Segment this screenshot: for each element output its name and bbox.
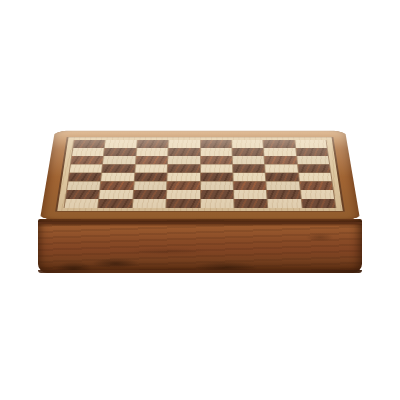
board-square	[268, 199, 302, 208]
board-square	[137, 140, 168, 148]
board-square	[263, 140, 294, 148]
board-square	[266, 173, 299, 181]
product-photo	[0, 0, 400, 400]
board-square	[233, 156, 265, 164]
board-square	[105, 140, 136, 148]
board-square	[234, 199, 267, 208]
board-square	[67, 181, 100, 189]
board-square	[296, 148, 328, 156]
board-square	[167, 199, 200, 208]
board-square	[102, 164, 134, 172]
box-front-face	[38, 219, 362, 273]
board-square	[71, 156, 103, 164]
board-square	[136, 156, 168, 164]
board-square	[264, 148, 296, 156]
board-square	[65, 199, 99, 208]
board-square	[233, 173, 265, 181]
board-square	[70, 164, 103, 172]
board-square	[167, 181, 199, 189]
board-square	[301, 199, 335, 208]
board-square	[103, 156, 135, 164]
board-square	[297, 156, 329, 164]
board-square	[200, 140, 231, 148]
board-square	[233, 164, 265, 172]
board-square	[104, 148, 136, 156]
board-top-surface	[40, 131, 360, 219]
board-square	[200, 148, 231, 156]
board-square	[101, 173, 134, 181]
board-square	[233, 181, 266, 189]
board-square	[267, 190, 300, 199]
board-square	[168, 148, 199, 156]
board-square	[100, 190, 133, 199]
board-square	[300, 181, 333, 189]
board-square	[266, 181, 299, 189]
board-square	[300, 190, 334, 199]
board-square	[66, 190, 100, 199]
board-square	[136, 148, 167, 156]
board-square	[133, 190, 166, 199]
board-square	[232, 148, 263, 156]
box-bottom-edge	[38, 270, 362, 273]
board-square	[232, 140, 263, 148]
board-grid	[64, 140, 337, 208]
board-square	[168, 164, 200, 172]
board-square	[200, 199, 233, 208]
board-square	[200, 173, 232, 181]
board-square	[295, 140, 327, 148]
board-square	[72, 148, 104, 156]
board-square	[265, 164, 297, 172]
board-square	[234, 190, 267, 199]
board-square	[168, 156, 199, 164]
board-frame	[40, 131, 360, 219]
board-square	[299, 173, 332, 181]
box-lid-seam	[38, 222, 362, 224]
board-square	[167, 173, 199, 181]
board-square	[265, 156, 297, 164]
board-square	[68, 173, 101, 181]
board-square	[135, 164, 167, 172]
board-square	[298, 164, 331, 172]
board-square	[134, 173, 166, 181]
board-square	[169, 140, 200, 148]
board-square	[99, 199, 133, 208]
board-square	[167, 190, 200, 199]
board-square	[134, 181, 167, 189]
board-square	[200, 164, 232, 172]
board-outline	[55, 137, 345, 212]
board-square	[101, 181, 134, 189]
board-square	[73, 140, 105, 148]
board-square	[133, 199, 166, 208]
board-square	[200, 190, 233, 199]
board-square	[200, 181, 232, 189]
board-square	[200, 156, 231, 164]
board-border-strip	[57, 137, 343, 210]
